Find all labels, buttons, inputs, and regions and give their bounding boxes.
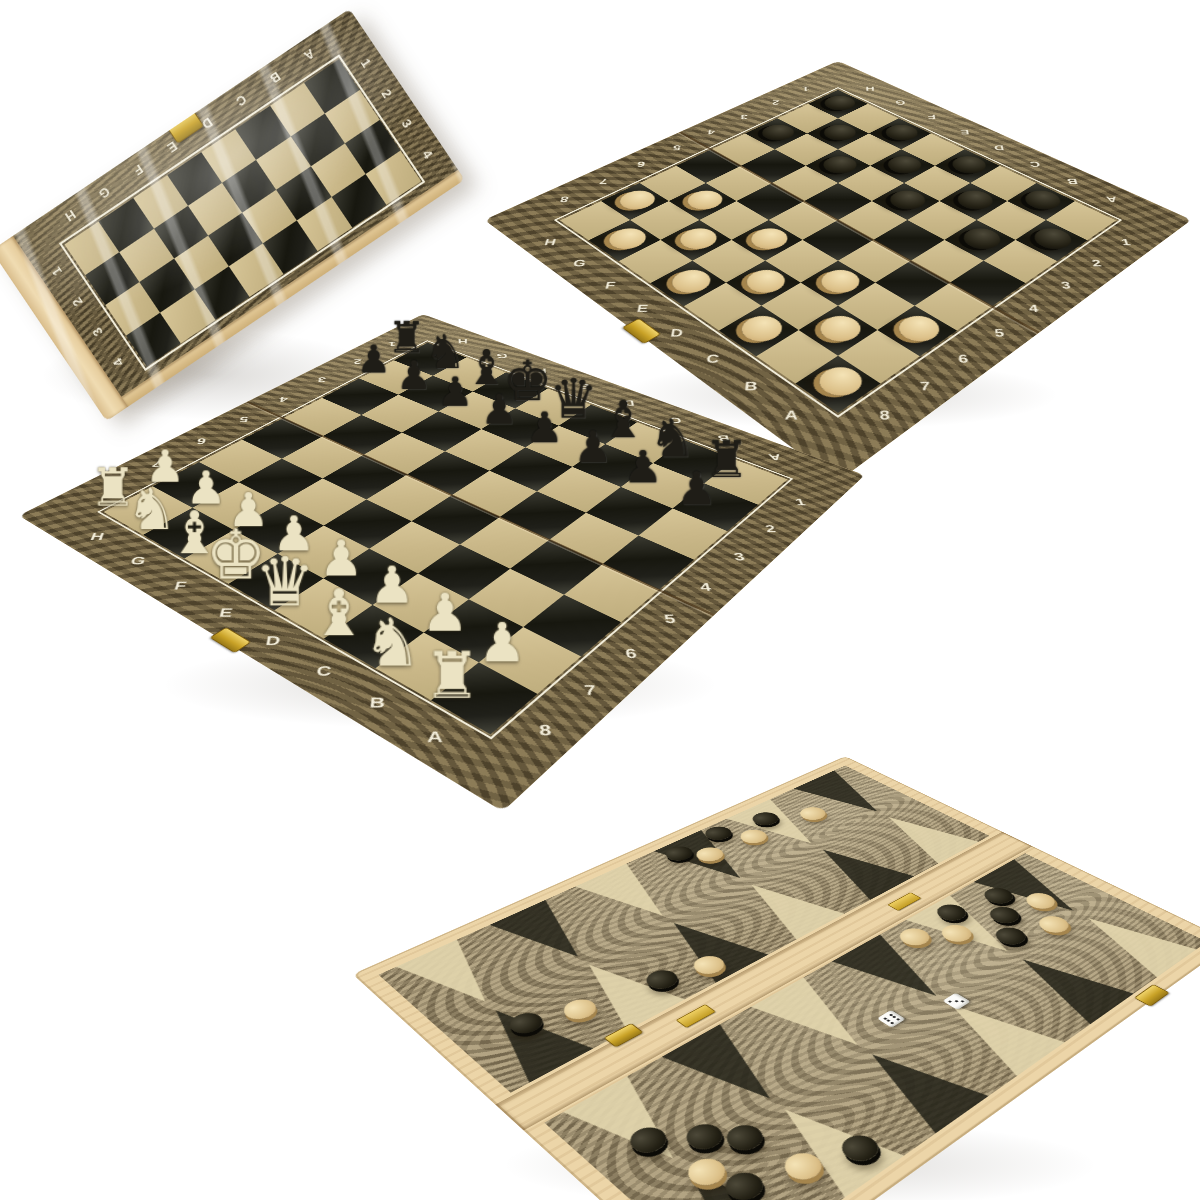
backgammon-point (714, 794, 845, 860)
backgammon-point (474, 893, 622, 978)
board-square (638, 508, 727, 559)
checkers-piece-light (744, 225, 794, 253)
die-pip-slot (953, 1003, 959, 1007)
board-square (460, 517, 550, 569)
backgammon-point (632, 904, 782, 991)
die-pip-slot (956, 998, 962, 1002)
file-label: B (1066, 178, 1079, 186)
checkers-piece-light (891, 311, 946, 346)
rank-label: 2 (764, 524, 777, 534)
file-label: C (669, 416, 682, 424)
file-label: H (89, 532, 106, 542)
file-label: F (538, 367, 548, 374)
backgammon-point (544, 943, 701, 1039)
board-square (510, 540, 603, 595)
board-square (838, 330, 920, 383)
board-square (914, 283, 991, 331)
board-square (796, 356, 880, 413)
backgammon-checker-light (558, 995, 602, 1023)
chess-piece-white-pawn: ♟ (422, 588, 469, 638)
board-square (589, 220, 661, 261)
backgammon-point (988, 938, 1146, 1033)
backgammon-point (645, 1016, 815, 1128)
backgammon-point (446, 987, 610, 1093)
checkers-piece-light (674, 225, 724, 253)
checkers-piece-light (740, 266, 792, 297)
file-label: F (173, 580, 188, 591)
lid-file-label: C (234, 93, 249, 109)
file-label: G (496, 352, 508, 358)
lid-rank-label: 2 (69, 296, 84, 309)
rank-label: 6 (958, 352, 969, 363)
board-square (873, 220, 945, 261)
board-square (692, 240, 766, 283)
chess-piece-white-pawn: ♟ (478, 617, 526, 668)
die-pip-slot (889, 1013, 894, 1016)
board-square (719, 306, 799, 357)
rank-label: 3 (317, 376, 326, 383)
backgammon-checker-dark (834, 1130, 885, 1166)
rank-label: 2 (772, 99, 780, 105)
lid-rank-label: 3 (90, 326, 105, 339)
backgammon-checker-dark (720, 1120, 770, 1155)
die-pip-slot (950, 1001, 956, 1005)
die-pip-slot (948, 1000, 952, 1003)
backgammon-checker-light (777, 1148, 829, 1185)
board-square (499, 491, 587, 540)
board-square (944, 220, 1016, 261)
file-label: D (669, 327, 683, 338)
board-square (800, 261, 875, 306)
board-square (798, 306, 878, 357)
file-label: H (865, 86, 874, 92)
file-label: F (927, 114, 936, 120)
clasp-icon (604, 1023, 644, 1048)
lid-file-label: G (97, 185, 113, 201)
lid-rank-label: 4 (420, 147, 435, 160)
file-label: C (1029, 161, 1041, 168)
chess-piece-white-bishop: ♝ (310, 583, 367, 644)
board-square (757, 330, 839, 383)
rank-label: 3 (740, 114, 748, 120)
die-showing-6 (877, 1010, 906, 1028)
board-square (983, 240, 1057, 283)
file-label: E (636, 303, 649, 313)
backgammon-point (378, 932, 532, 1025)
lid-file-label: H (63, 208, 78, 224)
rank-label: 4 (699, 581, 713, 592)
die-pip-slot (885, 1015, 892, 1019)
lid-file-label: B (268, 70, 283, 86)
rank-label: 6 (637, 161, 647, 168)
checkers-piece-dark (957, 225, 1007, 253)
rank-label: 8 (559, 195, 570, 203)
clasp-icon (1134, 984, 1170, 1007)
lid-rank-label: 3 (400, 117, 415, 130)
board-square (838, 283, 915, 331)
rank-label: 6 (624, 647, 638, 660)
die-pip-slot (890, 1022, 895, 1025)
board-square (802, 220, 874, 261)
rank-label: 3 (732, 552, 746, 563)
lid-rank-label: 1 (49, 265, 64, 278)
file-label: D (993, 144, 1004, 151)
rank-label: 8 (879, 408, 890, 421)
rank-label: 7 (583, 683, 597, 697)
chess-piece-white-knight: ♞ (363, 613, 422, 675)
rank-label: 4 (1028, 303, 1039, 313)
file-label: A (427, 729, 443, 744)
board-square (875, 261, 950, 306)
board-square (660, 220, 732, 261)
board-square (765, 240, 839, 283)
file-label: E (959, 129, 969, 136)
lid-file-label: A (302, 47, 317, 63)
file-label: A (784, 408, 798, 421)
hinge-icon (676, 1004, 716, 1028)
rank-label: 1 (1120, 237, 1132, 246)
rank-label: 6 (196, 437, 207, 445)
backgammon-checker-dark (504, 1009, 549, 1037)
board-square (522, 594, 620, 656)
board-square (412, 495, 500, 545)
chess-piece-white-pawn: ♟ (319, 535, 363, 582)
file-label: F (604, 280, 616, 290)
backgammon-point (736, 969, 898, 1071)
backgammon-checker-dark (984, 904, 1025, 927)
die-pip-slot (893, 1016, 898, 1019)
rank-label: 2 (1091, 258, 1103, 267)
clasp-icon (622, 318, 662, 344)
file-label: G (895, 99, 906, 105)
backgammon-point (782, 766, 908, 828)
board-square (619, 240, 693, 283)
board-square (651, 261, 726, 306)
chess-piece-black-pawn: ♟ (676, 467, 717, 510)
checkers-piece-light (813, 311, 868, 346)
file-label: C (316, 664, 333, 678)
rank-label: 1 (794, 498, 807, 507)
file-label: B (744, 379, 758, 391)
backgammon-checker-light (680, 1153, 732, 1190)
board-square (761, 283, 838, 331)
backgammon-checker-dark (641, 967, 684, 993)
lid-rank-label: 2 (380, 86, 395, 99)
die-pip-slot (883, 1017, 888, 1020)
file-label: E (579, 383, 590, 390)
die-pip-slot (886, 1019, 891, 1022)
backgammon-checker-light (1033, 913, 1074, 936)
board-square (726, 261, 801, 306)
rank-label: 3 (1060, 280, 1072, 290)
rank-label: 5 (238, 416, 249, 424)
rank-label: 1 (388, 341, 396, 347)
chess-piece-white-queen: ♛ (254, 551, 315, 616)
lid-file-label: F (132, 163, 146, 178)
lid-rank-label: 4 (110, 356, 125, 369)
file-label: H (543, 237, 557, 246)
die-pip-slot (954, 1000, 958, 1003)
chess-piece-black-pawn: ♟ (623, 446, 663, 488)
file-label: B (369, 696, 385, 710)
die-pip-slot (888, 1017, 895, 1021)
backgammon-point (913, 982, 1078, 1086)
backgammon-checker-dark (718, 1167, 771, 1200)
die-pip-slot (956, 1002, 962, 1006)
file-label: G (572, 258, 587, 267)
board-square (950, 261, 1025, 306)
rank-label: 8 (539, 723, 552, 738)
backgammon-checker-dark (679, 1119, 729, 1154)
board-square (684, 283, 761, 331)
backgammon-checker-light (894, 925, 936, 949)
checkers-piece-light (814, 266, 866, 297)
file-label: A (1105, 195, 1118, 203)
file-label: G (129, 555, 147, 566)
lid-rank-label: 1 (359, 56, 374, 69)
board-square (602, 535, 694, 590)
die-showing-3 (942, 993, 970, 1010)
file-label: C (705, 352, 719, 363)
rank-label: 7 (599, 178, 609, 186)
checkers-piece-light (665, 266, 717, 297)
board-square (877, 306, 957, 357)
rank-label: 7 (920, 379, 931, 391)
rank-label: 2 (353, 358, 362, 365)
rank-label: 5 (994, 327, 1005, 338)
die-pip-slot (953, 996, 959, 1000)
backgammon-point (635, 1139, 827, 1200)
backgammon-checker-dark (623, 1122, 673, 1157)
board-square (1015, 220, 1087, 261)
board-square (564, 564, 659, 622)
rank-label: 1 (803, 86, 810, 92)
backgammon-checker-light (795, 805, 831, 823)
backgammon-point (560, 857, 702, 935)
file-label: D (265, 635, 282, 648)
product-photo-scene: HGFEDCBA11223344 HH11GG22FF33EE44DD55CC6… (0, 0, 1200, 1200)
chess-piece-white-rook: ♜ (423, 647, 480, 708)
rank-label: 4 (707, 129, 716, 136)
rank-label: 5 (673, 144, 682, 151)
chess-piece-white-pawn: ♟ (369, 561, 415, 609)
backgammon-point (544, 1066, 723, 1191)
die-pip-slot (896, 1018, 901, 1021)
checkers-piece-light (734, 311, 789, 346)
checkers-piece-light (603, 225, 653, 253)
file-label: H (458, 338, 468, 344)
checkers-piece-light (811, 362, 869, 401)
backgammon-point (738, 1081, 920, 1200)
die-pip-slot (950, 997, 956, 1001)
file-label: A (767, 453, 782, 461)
file-label: D (623, 399, 636, 406)
file-label: E (218, 607, 234, 619)
board-square (910, 240, 984, 283)
die-pip-slot (892, 1019, 899, 1023)
backgammon-point (1056, 899, 1200, 986)
board-square (731, 220, 803, 261)
hinge-icon (887, 892, 921, 911)
board-square (838, 240, 912, 283)
rank-label: 5 (663, 613, 677, 625)
checkers-piece-dark (1028, 225, 1078, 253)
board-square (549, 512, 639, 564)
rank-label: 4 (279, 395, 289, 402)
die-pip-slot (960, 1000, 964, 1003)
